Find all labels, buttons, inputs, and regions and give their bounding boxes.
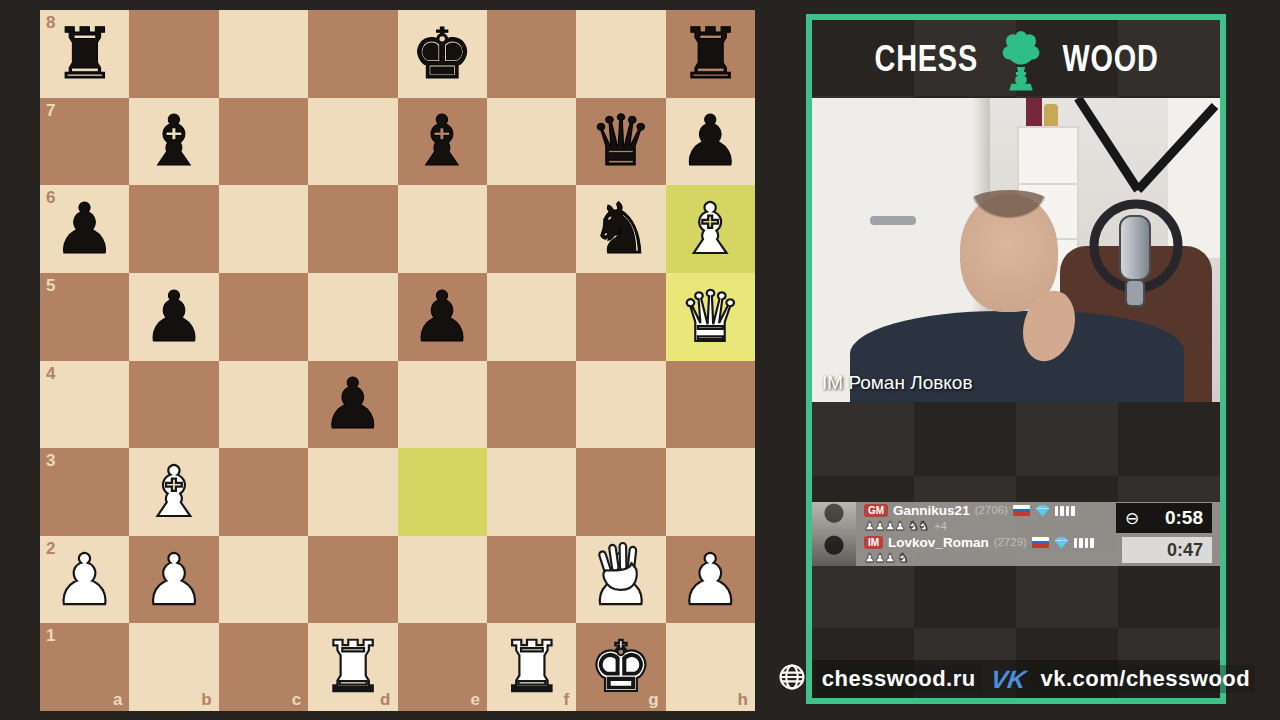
player1-time: 0:58 <box>1165 507 1203 529</box>
black-piece-b5[interactable]: ♟ <box>129 273 218 361</box>
player1-title-badge: GM <box>864 504 888 517</box>
black-piece-g7[interactable]: ♛ <box>576 98 665 186</box>
players-panel: GM Gannikus21 (2706) ♟♟♟♟ ♞♞ <box>812 502 1220 566</box>
square-h8[interactable]: ♜ <box>666 10 755 98</box>
square-a8[interactable]: 8♜ <box>40 10 129 98</box>
hand-cursor-icon <box>595 539 647 598</box>
square-b6[interactable] <box>129 185 218 273</box>
square-d4[interactable]: ♟ <box>308 361 397 449</box>
square-f1[interactable]: f♜ <box>487 623 576 711</box>
square-g1[interactable]: g♚ <box>576 623 665 711</box>
square-f4[interactable] <box>487 361 576 449</box>
square-h3[interactable] <box>666 448 755 536</box>
square-a7[interactable]: 7 <box>40 98 129 186</box>
vk-link[interactable]: vk.com/chesswood <box>1035 665 1255 693</box>
square-b5[interactable]: ♟ <box>129 273 218 361</box>
square-f6[interactable] <box>487 185 576 273</box>
clock-minus-icon: ⊖ <box>1125 508 1139 528</box>
player2-clock: 0:47 <box>1122 537 1212 563</box>
russia-flag-icon <box>1013 505 1030 516</box>
square-g6[interactable]: ♞ <box>576 185 665 273</box>
square-f7[interactable] <box>487 98 576 186</box>
footer-links: chesswood.ru VK vk.com/chesswood <box>812 660 1220 698</box>
square-a1[interactable]: 1a <box>40 623 129 711</box>
white-piece-b2[interactable]: ♟ <box>129 536 218 624</box>
square-d2[interactable] <box>308 536 397 624</box>
square-e4[interactable] <box>398 361 487 449</box>
square-g3[interactable] <box>576 448 665 536</box>
square-e7[interactable]: ♝ <box>398 98 487 186</box>
square-b8[interactable] <box>129 10 218 98</box>
chess-board[interactable]: 8♜♚♜7♝♝♛♟6♟♞♝5♟♟♛4♟3♝2♟♟♟♟1abcd♜ef♜g♚h <box>40 10 755 711</box>
webcam-video: IM Роман Ловков <box>812 98 1220 402</box>
square-c7[interactable] <box>219 98 308 186</box>
black-piece-e7[interactable]: ♝ <box>398 98 487 186</box>
player1-material-advantage: +4 <box>934 521 947 532</box>
square-g4[interactable] <box>576 361 665 449</box>
black-piece-d4[interactable]: ♟ <box>308 361 397 449</box>
diamond-icon <box>1035 504 1050 518</box>
square-b1[interactable]: b <box>129 623 218 711</box>
square-h4[interactable] <box>666 361 755 449</box>
square-a2[interactable]: 2♟ <box>40 536 129 624</box>
player1-name: Gannikus21 <box>893 504 970 518</box>
square-a5[interactable]: 5 <box>40 273 129 361</box>
black-piece-e8[interactable]: ♚ <box>398 10 487 98</box>
square-e2[interactable] <box>398 536 487 624</box>
square-c1[interactable]: c <box>219 623 308 711</box>
player-row-white: IM Lovkov_Roman (2729) ♟♟♟ ♞ <box>812 534 1220 566</box>
black-piece-a6[interactable]: ♟ <box>40 185 129 273</box>
square-d1[interactable]: d♜ <box>308 623 397 711</box>
black-piece-h8[interactable]: ♜ <box>666 10 755 98</box>
globe-icon <box>777 662 807 696</box>
square-e8[interactable]: ♚ <box>398 10 487 98</box>
square-a3[interactable]: 3 <box>40 448 129 536</box>
square-g7[interactable]: ♛ <box>576 98 665 186</box>
player2-time: 0:47 <box>1167 540 1203 561</box>
square-c2[interactable] <box>219 536 308 624</box>
vk-icon: VK <box>989 665 1028 694</box>
white-piece-h2[interactable]: ♟ <box>666 536 755 624</box>
square-b3[interactable]: ♝ <box>129 448 218 536</box>
square-g5[interactable] <box>576 273 665 361</box>
russia-flag-icon <box>1032 537 1049 548</box>
black-piece-a8[interactable]: ♜ <box>40 10 129 98</box>
player2-captured-pieces: ♟♟♟ ♞ <box>864 552 908 565</box>
black-piece-g6[interactable]: ♞ <box>576 185 665 273</box>
square-f3[interactable] <box>487 448 576 536</box>
player1-rating: (2706) <box>975 505 1008 517</box>
square-h5[interactable]: ♛ <box>666 273 755 361</box>
square-h2[interactable]: ♟ <box>666 536 755 624</box>
player1-clock: ⊖ 0:58 <box>1116 503 1212 533</box>
player2-rating: (2729) <box>994 537 1027 549</box>
microphone-icon <box>1020 98 1220 327</box>
square-c6[interactable] <box>219 185 308 273</box>
brand-header: CHESS WOOD <box>812 20 1220 98</box>
white-piece-b3[interactable]: ♝ <box>129 448 218 536</box>
tree-logo-icon <box>995 31 1047 97</box>
black-piece-h7[interactable]: ♟ <box>666 98 755 186</box>
webcam-caption: IM Роман Ловков <box>822 372 973 394</box>
player1-captured-pieces: ♟♟♟♟ ♞♞ <box>864 520 928 533</box>
signal-bars-icon <box>1074 538 1094 548</box>
stream-screen: 8♜♚♜7♝♝♛♟6♟♞♝5♟♟♛4♟3♝2♟♟♟♟1abcd♜ef♜g♚h C… <box>0 0 1280 720</box>
square-e5[interactable]: ♟ <box>398 273 487 361</box>
player2-name: Lovkov_Roman <box>888 536 989 550</box>
site-link[interactable]: chesswood.ru <box>817 665 981 693</box>
white-piece-d1[interactable]: ♜ <box>308 623 397 711</box>
black-piece-b7[interactable]: ♝ <box>129 98 218 186</box>
square-d5[interactable] <box>308 273 397 361</box>
signal-bars-icon <box>1055 506 1075 516</box>
white-piece-a2[interactable]: ♟ <box>40 536 129 624</box>
square-e1[interactable]: e <box>398 623 487 711</box>
square-c8[interactable] <box>219 10 308 98</box>
stream-panel: CHESS WOOD <box>806 14 1226 704</box>
white-piece-h5[interactable]: ♛ <box>666 273 755 361</box>
brand-wood-text: WOOD <box>1062 38 1158 80</box>
square-f8[interactable] <box>487 10 576 98</box>
square-d8[interactable] <box>308 10 397 98</box>
square-g8[interactable] <box>576 10 665 98</box>
square-d7[interactable] <box>308 98 397 186</box>
square-f5[interactable] <box>487 273 576 361</box>
square-b4[interactable] <box>129 361 218 449</box>
player1-avatar <box>812 502 856 534</box>
square-c5[interactable] <box>219 273 308 361</box>
square-h1[interactable]: h <box>666 623 755 711</box>
square-e3[interactable] <box>398 448 487 536</box>
square-d6[interactable] <box>308 185 397 273</box>
white-piece-h6[interactable]: ♝ <box>666 185 755 273</box>
diamond-icon <box>1054 536 1069 550</box>
player2-title-badge: IM <box>864 536 883 549</box>
square-b2[interactable]: ♟ <box>129 536 218 624</box>
white-piece-g1[interactable]: ♚ <box>576 623 665 711</box>
square-d3[interactable] <box>308 448 397 536</box>
square-h6[interactable]: ♝ <box>666 185 755 273</box>
brand-chess-text: CHESS <box>875 38 978 80</box>
square-a6[interactable]: 6♟ <box>40 185 129 273</box>
square-c3[interactable] <box>219 448 308 536</box>
square-c4[interactable] <box>219 361 308 449</box>
player-row-black: GM Gannikus21 (2706) ♟♟♟♟ ♞♞ <box>812 502 1220 534</box>
square-b7[interactable]: ♝ <box>129 98 218 186</box>
square-a4[interactable]: 4 <box>40 361 129 449</box>
square-h7[interactable]: ♟ <box>666 98 755 186</box>
black-piece-e5[interactable]: ♟ <box>398 273 487 361</box>
player2-avatar <box>812 534 856 566</box>
white-piece-f1[interactable]: ♜ <box>487 623 576 711</box>
square-f2[interactable] <box>487 536 576 624</box>
square-e6[interactable] <box>398 185 487 273</box>
